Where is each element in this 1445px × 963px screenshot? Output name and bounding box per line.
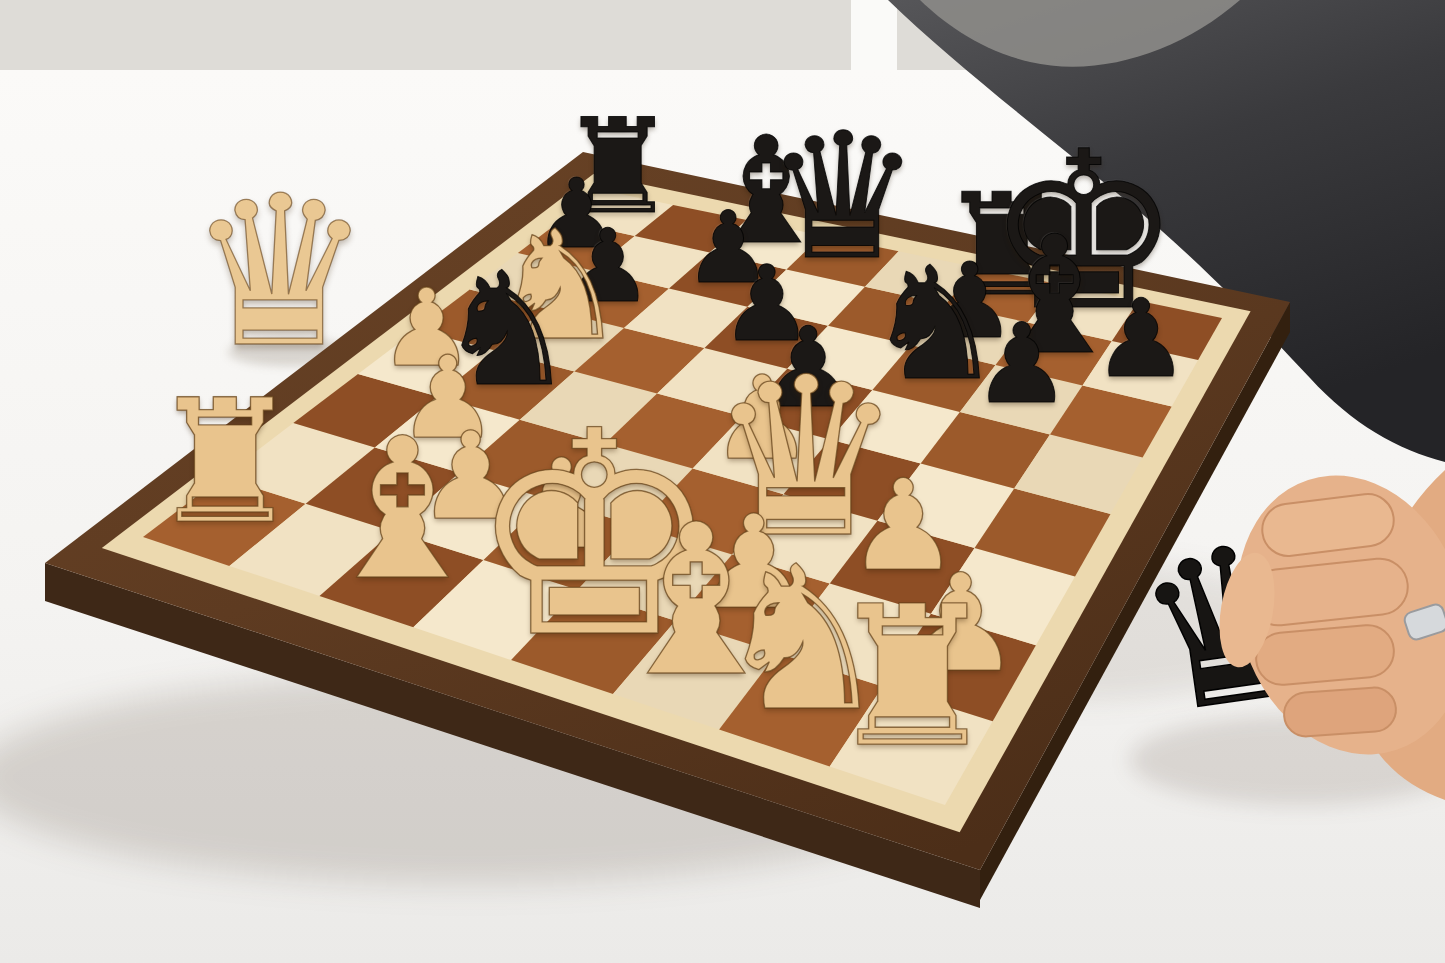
pinky-finger xyxy=(1283,686,1398,738)
piece-white-rook-h1[interactable]: ♜ xyxy=(826,581,1000,775)
piece-black-pawn-g6[interactable]: ♟ xyxy=(973,309,1072,419)
piece-black-pawn-h7[interactable]: ♟ xyxy=(1093,285,1190,393)
chess-photo: ♛ ♛ ♜♝♚♝♞♜♟♟♟♟♟♛♟♟♟♞♞♟♟♟♞♟♟♟♟♝♟♜♝♛♜♚ xyxy=(0,0,1445,963)
piece-white-bishop-c1[interactable]: ♝ xyxy=(315,413,490,608)
ring-finger xyxy=(1254,623,1396,687)
spare-white-queen[interactable]: ♛ xyxy=(187,168,373,376)
piece-white-rook-a1[interactable]: ♜ xyxy=(149,377,302,547)
